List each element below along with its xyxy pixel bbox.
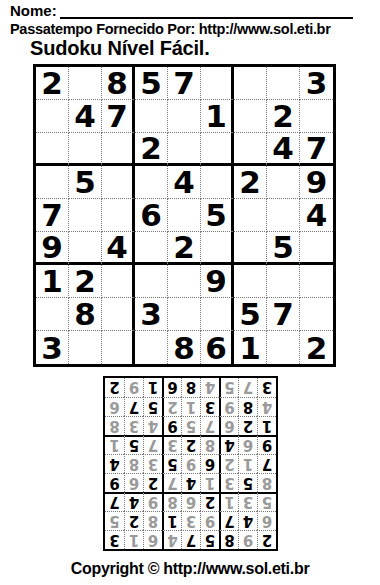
solution-cell-r9c4: 4 <box>200 378 219 397</box>
cell-r2c8: 2 <box>267 100 300 133</box>
solution-cell-r2c2: 4 <box>238 511 257 530</box>
cell-r9c3[interactable] <box>102 331 135 364</box>
solution-cell-r8c2: 8 <box>238 397 257 416</box>
cell-r7c8[interactable] <box>267 265 300 298</box>
solution-cell-r2c8: 2 <box>124 511 143 530</box>
cell-r4c3[interactable] <box>102 166 135 199</box>
solution-cell-r9c2: 7 <box>238 378 257 397</box>
solution-cell-r2c6: 1 <box>162 511 181 530</box>
solution-cell-r1c8: 1 <box>124 530 143 549</box>
solution-cell-r4c9: 9 <box>105 473 124 492</box>
solution-cell-r9c5: 8 <box>181 378 200 397</box>
solution-cell-r6c4: 8 <box>200 435 219 454</box>
cell-r3c6[interactable] <box>201 133 234 166</box>
cell-r4c9: 9 <box>300 166 333 199</box>
solution-cell-r4c6: 7 <box>162 473 181 492</box>
solution-cell-r6c7: 7 <box>143 435 162 454</box>
solution-cell-r6c3: 4 <box>219 435 238 454</box>
solution-cell-r5c1: 7 <box>257 454 276 473</box>
cell-r8c3[interactable] <box>102 298 135 331</box>
cell-r7c6: 9 <box>201 265 234 298</box>
cell-r3c9: 7 <box>300 133 333 166</box>
solution-cell-r6c8: 5 <box>124 435 143 454</box>
solution-cell-r1c3: 8 <box>219 530 238 549</box>
solution-cell-r9c1: 3 <box>257 378 276 397</box>
solution-cell-r3c8: 4 <box>124 492 143 511</box>
cell-r8c2: 8 <box>69 298 102 331</box>
solution-cell-r8c4: 3 <box>200 397 219 416</box>
solution-cell-r5c4: 6 <box>200 454 219 473</box>
solution-cell-r9c7: 1 <box>143 378 162 397</box>
cell-r9c9: 2 <box>300 331 333 364</box>
cell-r1c2[interactable] <box>69 67 102 100</box>
solution-cell-r7c7: 4 <box>143 416 162 435</box>
cell-r8c8: 7 <box>267 298 300 331</box>
cell-r4c5: 4 <box>168 166 201 199</box>
cell-r9c4[interactable] <box>135 331 168 364</box>
cell-r2c3: 7 <box>102 100 135 133</box>
solution-cell-r1c1: 2 <box>257 530 276 549</box>
solution-cell-r3c5: 6 <box>181 492 200 511</box>
cell-r3c7[interactable] <box>234 133 267 166</box>
cell-r5c5[interactable] <box>168 199 201 232</box>
cell-r4c7: 2 <box>234 166 267 199</box>
sudoku-grid: 285734712247542976549425129835738612 <box>33 64 336 367</box>
solution-cell-r3c9: 7 <box>105 492 124 511</box>
solution-cell-r2c9: 5 <box>105 511 124 530</box>
cell-r6c1: 9 <box>36 232 69 265</box>
cell-r6c5: 2 <box>168 232 201 265</box>
solution-cell-r8c8: 7 <box>124 397 143 416</box>
cell-r3c5[interactable] <box>168 133 201 166</box>
cell-r4c6[interactable] <box>201 166 234 199</box>
cell-r5c8[interactable] <box>267 199 300 232</box>
solution-cell-r4c8: 6 <box>124 473 143 492</box>
solution-cell-r1c7: 6 <box>143 530 162 549</box>
cell-r4c2: 5 <box>69 166 102 199</box>
cell-r5c3[interactable] <box>102 199 135 232</box>
cell-r6c2[interactable] <box>69 232 102 265</box>
cell-r5c4: 6 <box>135 199 168 232</box>
cell-r1c3: 8 <box>102 67 135 100</box>
cell-r7c7[interactable] <box>234 265 267 298</box>
cell-r7c1: 1 <box>36 265 69 298</box>
cell-r6c8: 5 <box>267 232 300 265</box>
solution-cell-r4c3: 3 <box>219 473 238 492</box>
cell-r6c4[interactable] <box>135 232 168 265</box>
page-title: Sudoku Nível Fácil. <box>30 37 210 60</box>
solution-cell-r3c7: 9 <box>143 492 162 511</box>
solution-cell-r5c5: 9 <box>181 454 200 473</box>
name-row: Nome: <box>10 2 353 19</box>
solution-cell-r5c6: 5 <box>162 454 181 473</box>
cell-r3c3[interactable] <box>102 133 135 166</box>
solution-cell-r6c1: 9 <box>257 435 276 454</box>
cell-r8c4: 3 <box>135 298 168 331</box>
cell-r5c6: 5 <box>201 199 234 232</box>
solution-cell-r8c5: 1 <box>181 397 200 416</box>
cell-r4c8[interactable] <box>267 166 300 199</box>
cell-r8c5[interactable] <box>168 298 201 331</box>
cell-r1c6[interactable] <box>201 67 234 100</box>
solution-cell-r3c1: 5 <box>257 492 276 511</box>
solution-grid-rotated: 2985746136479318255312689478531472697126… <box>103 376 278 551</box>
cell-r9c6: 6 <box>201 331 234 364</box>
solution-cell-r3c3: 1 <box>219 492 238 511</box>
solution-cell-r1c4: 5 <box>200 530 219 549</box>
solution-cell-r3c4: 2 <box>200 492 219 511</box>
solution-cell-r4c5: 4 <box>181 473 200 492</box>
cell-r2c6: 1 <box>201 100 234 133</box>
cell-r1c8[interactable] <box>267 67 300 100</box>
solution-cell-r9c6: 6 <box>162 378 181 397</box>
solution-cell-r5c7: 3 <box>143 454 162 473</box>
cell-r7c2: 2 <box>69 265 102 298</box>
solution-cell-r7c9: 8 <box>105 416 124 435</box>
cell-r2c1[interactable] <box>36 100 69 133</box>
solution-cell-r1c2: 9 <box>238 530 257 549</box>
cell-r9c8[interactable] <box>267 331 300 364</box>
solution-cell-r9c9: 2 <box>105 378 124 397</box>
cell-r1c4: 5 <box>135 67 168 100</box>
solution-cell-r1c9: 3 <box>105 530 124 549</box>
solution-cell-r4c7: 2 <box>143 473 162 492</box>
solution-cell-r7c3: 6 <box>219 416 238 435</box>
solution-cell-r5c3: 2 <box>219 454 238 473</box>
cell-r3c8: 4 <box>267 133 300 166</box>
cell-r1c7[interactable] <box>234 67 267 100</box>
solution-cell-r7c1: 1 <box>257 416 276 435</box>
cell-r3c2[interactable] <box>69 133 102 166</box>
solution-cell-r7c2: 2 <box>238 416 257 435</box>
cell-r4c1[interactable] <box>36 166 69 199</box>
cell-r7c3[interactable] <box>102 265 135 298</box>
cell-r8c9[interactable] <box>300 298 333 331</box>
solution-cell-r2c3: 7 <box>219 511 238 530</box>
solution-cell-r2c4: 9 <box>200 511 219 530</box>
solution-cell-r7c8: 3 <box>124 416 143 435</box>
solution-cell-r4c4: 1 <box>200 473 219 492</box>
solution-cell-r8c1: 4 <box>257 397 276 416</box>
solution-cell-r1c5: 7 <box>181 530 200 549</box>
cell-r7c9[interactable] <box>300 265 333 298</box>
cell-r3c1[interactable] <box>36 133 69 166</box>
solution-cell-r2c5: 3 <box>181 511 200 530</box>
cell-r5c9: 4 <box>300 199 333 232</box>
cell-r5c2[interactable] <box>69 199 102 232</box>
cell-r1c9: 3 <box>300 67 333 100</box>
cell-r4c4[interactable] <box>135 166 168 199</box>
solution-cell-r4c2: 5 <box>238 473 257 492</box>
solution-cell-r7c5: 5 <box>181 416 200 435</box>
cell-r5c7[interactable] <box>234 199 267 232</box>
cell-r9c7: 1 <box>234 331 267 364</box>
name-label: Nome: <box>10 2 57 19</box>
solution-cell-r8c9: 6 <box>105 397 124 416</box>
cell-r8c1[interactable] <box>36 298 69 331</box>
cell-r2c5[interactable] <box>168 100 201 133</box>
cell-r6c6[interactable] <box>201 232 234 265</box>
cell-r1c5: 7 <box>168 67 201 100</box>
cell-r7c4[interactable] <box>135 265 168 298</box>
solution-cell-r7c6: 9 <box>162 416 181 435</box>
solution-cell-r8c6: 2 <box>162 397 181 416</box>
cell-r2c2: 4 <box>69 100 102 133</box>
cell-r9c1: 3 <box>36 331 69 364</box>
solution-cell-r5c2: 1 <box>238 454 257 473</box>
name-blank-line <box>60 4 353 19</box>
solution-cell-r5c9: 4 <box>105 454 124 473</box>
cell-r6c9[interactable] <box>300 232 333 265</box>
solution-cell-r8c7: 5 <box>143 397 162 416</box>
solution-cell-r4c1: 8 <box>257 473 276 492</box>
solution-cell-r7c4: 7 <box>200 416 219 435</box>
cell-r5c1: 7 <box>36 199 69 232</box>
solution-cell-r2c7: 8 <box>143 511 162 530</box>
cell-r9c5: 8 <box>168 331 201 364</box>
cell-r8c6[interactable] <box>201 298 234 331</box>
cell-r6c7[interactable] <box>234 232 267 265</box>
solution-cell-r5c8: 8 <box>124 454 143 473</box>
solution-cell-r6c2: 6 <box>238 435 257 454</box>
provider-line: Passatempo Fornecido Por: http://www.sol… <box>10 21 331 37</box>
solution-cell-r6c9: 1 <box>105 435 124 454</box>
cell-r7c5[interactable] <box>168 265 201 298</box>
solution-cell-r6c5: 2 <box>181 435 200 454</box>
solution-cell-r6c6: 3 <box>162 435 181 454</box>
solution-cell-r2c1: 6 <box>257 511 276 530</box>
solution-cell-r3c6: 8 <box>162 492 181 511</box>
copyright-text: Copyright © http://www.sol.eti.br <box>0 560 380 578</box>
solution-cell-r9c3: 5 <box>219 378 238 397</box>
cell-r3c4: 2 <box>135 133 168 166</box>
cell-r1c1: 2 <box>36 67 69 100</box>
solution-cell-r9c8: 9 <box>124 378 143 397</box>
solution-cell-r3c2: 3 <box>238 492 257 511</box>
cell-r8c7: 5 <box>234 298 267 331</box>
cell-r2c9[interactable] <box>300 100 333 133</box>
solution-cell-r8c3: 9 <box>219 397 238 416</box>
cell-r9c2[interactable] <box>69 331 102 364</box>
cell-r6c3: 4 <box>102 232 135 265</box>
cell-r2c4[interactable] <box>135 100 168 133</box>
solution-cell-r1c6: 4 <box>162 530 181 549</box>
cell-r2c7[interactable] <box>234 100 267 133</box>
